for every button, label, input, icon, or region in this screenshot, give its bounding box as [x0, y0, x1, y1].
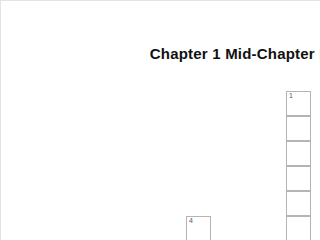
grid-cell[interactable] — [286, 116, 311, 141]
grid-cell[interactable]: 1 — [286, 91, 311, 116]
worksheet-page: { "game": "crossword", "page": { "title"… — [0, 0, 320, 240]
page-title: Chapter 1 Mid-Chapter Review Math 7 — [1, 45, 320, 62]
grid-cell[interactable] — [286, 166, 311, 191]
clue-number: 4 — [189, 217, 193, 225]
grid-cell[interactable] — [286, 141, 311, 166]
grid-cell[interactable] — [286, 191, 311, 216]
grid-cell[interactable] — [286, 216, 311, 240]
grid-cell[interactable]: 4 — [186, 216, 211, 240]
clue-number: 1 — [289, 92, 293, 100]
crossword-grid: 12345678910111213 — [61, 91, 320, 240]
